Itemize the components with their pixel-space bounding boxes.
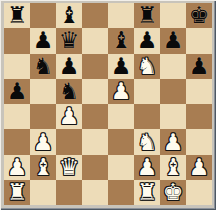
square-h5[interactable] [186,79,212,104]
piece-white-pawn[interactable]: ♟ [33,130,54,155]
piece-black-rook[interactable]: ♜ [137,3,158,28]
chess-program-window: ♜♝♜♚♟♛♝♟♟♞♟♟♞♟♟♞♟♟♟♞♟♟♝♛♟♝♟♜♜♚ [0,0,216,210]
square-e1[interactable] [108,180,134,205]
square-b8[interactable] [30,3,56,28]
piece-white-rook[interactable]: ♜ [137,180,158,205]
piece-black-knight[interactable]: ♞ [59,79,80,104]
square-h2[interactable]: ♟ [186,155,212,180]
square-d1[interactable] [82,180,108,205]
piece-white-pawn[interactable]: ♟ [189,155,210,180]
square-e2[interactable] [108,155,134,180]
square-a8[interactable]: ♜ [4,3,30,28]
square-b5[interactable] [30,79,56,104]
square-a4[interactable] [4,104,30,129]
piece-white-knight[interactable]: ♞ [137,130,158,155]
square-g2[interactable]: ♝ [160,155,186,180]
piece-black-pawn[interactable]: ♟ [33,28,54,53]
square-f8[interactable]: ♜ [134,3,160,28]
square-g5[interactable] [160,79,186,104]
square-b4[interactable] [30,104,56,129]
square-b1[interactable] [30,180,56,205]
square-a3[interactable] [4,129,30,154]
piece-white-pawn[interactable]: ♟ [7,155,28,180]
piece-black-knight[interactable]: ♞ [33,54,54,79]
square-d7[interactable] [82,28,108,53]
square-g7[interactable]: ♟ [160,28,186,53]
square-e4[interactable] [108,104,134,129]
piece-white-bishop[interactable]: ♝ [33,155,54,180]
square-d8[interactable] [82,3,108,28]
square-f6[interactable]: ♞ [134,54,160,79]
piece-black-pawn[interactable]: ♟ [137,28,158,53]
piece-black-pawn[interactable]: ♟ [7,79,28,104]
piece-white-pawn[interactable]: ♟ [111,79,132,104]
square-g8[interactable] [160,3,186,28]
square-c7[interactable]: ♛ [56,28,82,53]
square-e5[interactable]: ♟ [108,79,134,104]
square-c4[interactable]: ♟ [56,104,82,129]
square-c1[interactable] [56,180,82,205]
piece-black-bishop[interactable]: ♝ [111,28,132,53]
square-d2[interactable] [82,155,108,180]
square-a1[interactable]: ♜ [4,180,30,205]
piece-black-pawn[interactable]: ♟ [163,28,184,53]
square-d3[interactable] [82,129,108,154]
square-h1[interactable] [186,180,212,205]
square-f5[interactable] [134,79,160,104]
square-h4[interactable] [186,104,212,129]
square-g3[interactable]: ♟ [160,129,186,154]
piece-white-knight[interactable]: ♞ [137,54,158,79]
square-e8[interactable] [108,3,134,28]
square-h6[interactable]: ♟ [186,54,212,79]
piece-black-bishop[interactable]: ♝ [59,3,80,28]
square-a7[interactable] [4,28,30,53]
square-f1[interactable]: ♜ [134,180,160,205]
square-b3[interactable]: ♟ [30,129,56,154]
square-f7[interactable]: ♟ [134,28,160,53]
square-g4[interactable] [160,104,186,129]
square-c6[interactable]: ♟ [56,54,82,79]
square-e6[interactable]: ♟ [108,54,134,79]
square-h8[interactable]: ♚ [186,3,212,28]
square-f2[interactable]: ♟ [134,155,160,180]
square-a5[interactable]: ♟ [4,79,30,104]
square-d4[interactable] [82,104,108,129]
piece-white-rook[interactable]: ♜ [7,180,28,205]
piece-white-pawn[interactable]: ♟ [137,155,158,180]
square-f4[interactable] [134,104,160,129]
square-h7[interactable] [186,28,212,53]
piece-white-pawn[interactable]: ♟ [59,104,80,129]
square-g1[interactable]: ♚ [160,180,186,205]
square-b2[interactable]: ♝ [30,155,56,180]
square-a6[interactable] [4,54,30,79]
square-c5[interactable]: ♞ [56,79,82,104]
square-h3[interactable] [186,129,212,154]
square-b7[interactable]: ♟ [30,28,56,53]
square-c2[interactable]: ♛ [56,155,82,180]
piece-black-pawn[interactable]: ♟ [189,54,210,79]
square-f3[interactable]: ♞ [134,129,160,154]
square-g6[interactable] [160,54,186,79]
square-c8[interactable]: ♝ [56,3,82,28]
square-c3[interactable] [56,129,82,154]
piece-white-queen[interactable]: ♛ [59,155,80,180]
piece-black-pawn[interactable]: ♟ [111,54,132,79]
piece-white-bishop[interactable]: ♝ [163,155,184,180]
square-b6[interactable]: ♞ [30,54,56,79]
chess-board: ♜♝♜♚♟♛♝♟♟♞♟♟♞♟♟♞♟♟♟♞♟♟♝♛♟♝♟♜♜♚ [4,3,212,205]
piece-black-king[interactable]: ♚ [189,3,210,28]
square-e3[interactable] [108,129,134,154]
square-e7[interactable]: ♝ [108,28,134,53]
piece-white-pawn[interactable]: ♟ [163,130,184,155]
piece-black-queen[interactable]: ♛ [59,28,80,53]
square-d6[interactable] [82,54,108,79]
square-d5[interactable] [82,79,108,104]
piece-black-rook[interactable]: ♜ [7,3,28,28]
piece-black-pawn[interactable]: ♟ [59,54,80,79]
piece-white-king[interactable]: ♚ [163,180,184,205]
square-a2[interactable]: ♟ [4,155,30,180]
